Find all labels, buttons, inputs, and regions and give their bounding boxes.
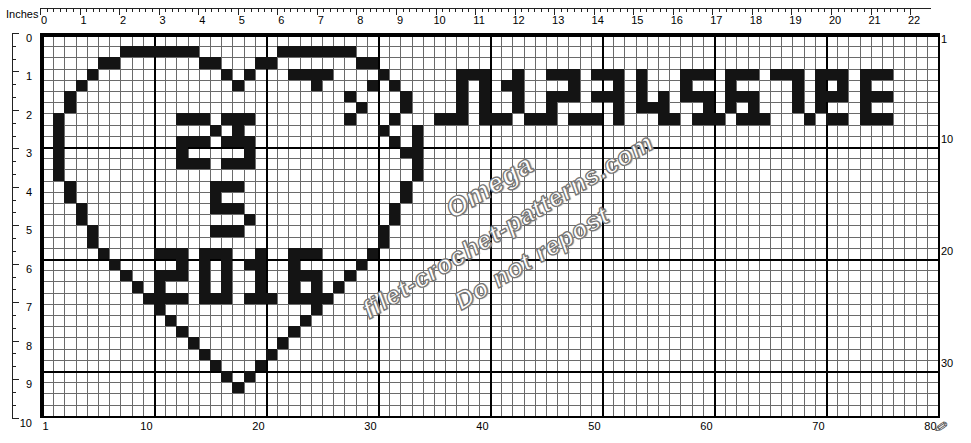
filled-cell	[792, 69, 803, 80]
filled-cell	[64, 102, 75, 113]
filled-cell	[815, 91, 826, 102]
filled-cell	[512, 102, 523, 113]
filled-cell	[725, 69, 736, 80]
bottom-count-label: 1	[43, 420, 49, 432]
filled-cell	[367, 80, 378, 91]
filled-cell	[636, 91, 647, 102]
filled-cell	[120, 270, 131, 281]
filled-cell	[568, 80, 579, 91]
filled-cell	[378, 125, 389, 136]
filled-cell	[871, 69, 882, 80]
filled-cell	[636, 69, 647, 80]
left-ruler-number: 4	[14, 186, 32, 198]
filled-cell	[479, 69, 490, 80]
filled-cell	[288, 259, 299, 270]
filled-cell	[188, 113, 199, 124]
filled-cell	[210, 203, 221, 214]
filled-cell	[154, 281, 165, 292]
filled-cell	[356, 57, 367, 68]
filled-cell	[221, 259, 232, 270]
filled-cell	[479, 91, 490, 102]
left-ruler-number: 10	[14, 417, 32, 429]
filled-cell	[53, 125, 64, 136]
filled-cell	[658, 113, 669, 124]
filled-cell	[311, 293, 322, 304]
filled-cell	[748, 69, 759, 80]
right-count-label: 10	[941, 133, 953, 145]
filled-cell	[356, 102, 367, 113]
filled-cell	[311, 281, 322, 292]
filled-cell	[143, 293, 154, 304]
filled-cell	[221, 136, 232, 147]
filled-cell	[322, 293, 333, 304]
filled-cell	[602, 91, 613, 102]
filled-cell	[748, 102, 759, 113]
filled-cell	[344, 113, 355, 124]
filled-cell	[512, 69, 523, 80]
filled-cell	[176, 259, 187, 270]
filled-cell	[703, 69, 714, 80]
filled-cell	[232, 158, 243, 169]
filled-cell	[199, 270, 210, 281]
filled-cell	[557, 91, 568, 102]
filled-cell	[221, 69, 232, 80]
filled-cell	[882, 91, 893, 102]
filled-cell	[53, 113, 64, 124]
filled-cell	[804, 113, 815, 124]
filled-cell	[703, 102, 714, 113]
filled-cell	[378, 69, 389, 80]
filled-cell	[266, 349, 277, 360]
filled-cell	[412, 169, 423, 180]
filled-cell	[76, 214, 87, 225]
filled-cell	[837, 69, 848, 80]
top-ruler-number: 0	[41, 14, 47, 26]
filled-cell	[636, 80, 647, 91]
filled-cell	[176, 248, 187, 259]
filled-cell	[468, 69, 479, 80]
filled-cell	[210, 57, 221, 68]
filled-cell	[400, 102, 411, 113]
filled-cell	[826, 69, 837, 80]
filled-cell	[244, 147, 255, 158]
filled-cell	[221, 181, 232, 192]
filled-cell	[188, 46, 199, 57]
filled-cell	[188, 136, 199, 147]
filled-cell	[770, 69, 781, 80]
filled-cell	[871, 91, 882, 102]
filled-cell	[512, 91, 523, 102]
filled-cell	[210, 192, 221, 203]
filled-cell	[871, 113, 882, 124]
top-ruler-number: 18	[750, 14, 762, 26]
filled-cell	[210, 293, 221, 304]
filled-cell	[199, 57, 210, 68]
filled-cell	[501, 80, 512, 91]
filled-cell	[367, 248, 378, 259]
filled-cell	[221, 225, 232, 236]
filled-cell	[356, 259, 367, 270]
top-ruler-number: 6	[278, 14, 284, 26]
right-count-label: 30	[941, 357, 953, 369]
filled-cell	[613, 91, 624, 102]
filled-cell	[87, 69, 98, 80]
pencil-icon: ✎	[929, 418, 952, 436]
filled-cell	[244, 158, 255, 169]
bottom-count-label: 30	[364, 420, 376, 432]
filled-cell	[602, 69, 613, 80]
left-ruler-number: 8	[14, 340, 32, 352]
filled-cell	[400, 147, 411, 158]
filled-cell	[165, 46, 176, 57]
filled-cell	[837, 80, 848, 91]
filled-cell	[781, 69, 792, 80]
filled-cell	[725, 91, 736, 102]
filled-cell	[300, 69, 311, 80]
top-ruler-number: 13	[552, 14, 564, 26]
filled-cell	[199, 136, 210, 147]
filled-cell	[636, 102, 647, 113]
filled-cell	[109, 259, 120, 270]
filled-cell	[64, 181, 75, 192]
filled-cell	[76, 80, 87, 91]
filled-cell	[221, 293, 232, 304]
filled-cell	[479, 80, 490, 91]
filled-cell	[479, 113, 490, 124]
filled-cell	[288, 46, 299, 57]
filled-cell	[255, 57, 266, 68]
bottom-count-label: 70	[812, 420, 824, 432]
filled-cell	[288, 281, 299, 292]
filled-cell	[389, 80, 400, 91]
filled-cell	[344, 91, 355, 102]
filled-cell	[199, 248, 210, 259]
filled-cell	[300, 270, 311, 281]
top-ruler-number: 20	[829, 14, 841, 26]
filled-cell	[98, 248, 109, 259]
filled-cell	[501, 113, 512, 124]
filled-cell	[199, 259, 210, 270]
filled-cell	[311, 46, 322, 57]
filled-cell	[860, 91, 871, 102]
filled-cell	[680, 80, 691, 91]
bottom-count-label: 40	[476, 420, 488, 432]
top-ruler-number: 4	[199, 14, 205, 26]
filled-cell	[300, 46, 311, 57]
filled-cell	[613, 113, 624, 124]
filled-cell	[244, 113, 255, 124]
filled-cell	[389, 203, 400, 214]
filled-cell	[244, 371, 255, 382]
filled-cell	[367, 57, 378, 68]
filled-cell	[882, 113, 893, 124]
filled-cell	[288, 270, 299, 281]
filled-cell	[591, 91, 602, 102]
filled-cell	[613, 69, 624, 80]
filled-cell	[255, 248, 266, 259]
filled-cell	[98, 57, 109, 68]
filled-cell	[311, 270, 322, 281]
filled-cell	[680, 69, 691, 80]
left-ruler-number: 0	[14, 32, 32, 44]
top-ruler-number: 7	[318, 14, 324, 26]
filled-cell	[692, 113, 703, 124]
filled-cell	[736, 69, 747, 80]
filled-cell	[311, 304, 322, 315]
filled-cell	[154, 46, 165, 57]
filled-cell	[53, 147, 64, 158]
filled-cell	[232, 80, 243, 91]
bottom-count-label: 50	[588, 420, 600, 432]
filled-cell	[546, 69, 557, 80]
filled-cell	[288, 69, 299, 80]
filled-cell	[826, 91, 837, 102]
filled-cell	[412, 158, 423, 169]
filled-cell	[647, 102, 658, 113]
filled-cell	[613, 80, 624, 91]
filled-cell	[759, 113, 770, 124]
left-ruler-number: 3	[14, 147, 32, 159]
filled-cell	[255, 259, 266, 270]
filled-cell	[412, 136, 423, 147]
filled-cell	[882, 69, 893, 80]
filled-cell	[176, 293, 187, 304]
filled-cell	[64, 91, 75, 102]
filled-cell	[680, 91, 691, 102]
filled-cell	[412, 125, 423, 136]
filled-cell	[210, 225, 221, 236]
filled-cell	[176, 326, 187, 337]
filled-cell	[232, 203, 243, 214]
filled-cell	[568, 91, 579, 102]
filled-cell	[580, 113, 591, 124]
top-ruler-number: 17	[710, 14, 722, 26]
left-ruler-number: 6	[14, 263, 32, 275]
filled-cell	[199, 349, 210, 360]
filled-cell	[176, 46, 187, 57]
filled-cell	[546, 113, 557, 124]
filled-cell	[400, 192, 411, 203]
filled-cell	[860, 113, 871, 124]
filled-cell	[176, 147, 187, 158]
filled-cell	[692, 91, 703, 102]
filled-cell	[792, 80, 803, 91]
filled-cell	[176, 270, 187, 281]
crochet-chart-page: Inches 012345678910111213141516171819202…	[0, 0, 971, 443]
filled-cell	[389, 136, 400, 147]
filled-cell	[658, 102, 669, 113]
filled-cell	[154, 304, 165, 315]
filled-cell	[266, 293, 277, 304]
filled-cell	[120, 46, 131, 57]
filled-cell	[725, 80, 736, 91]
filled-cell	[512, 80, 523, 91]
inches-unit-label: Inches	[6, 8, 38, 20]
filled-cell	[221, 270, 232, 281]
filled-cell	[591, 69, 602, 80]
filled-cell	[456, 80, 467, 91]
filled-cell	[132, 46, 143, 57]
filled-cell	[277, 46, 288, 57]
filled-cell	[860, 69, 871, 80]
filled-cell	[837, 91, 848, 102]
filled-cell	[288, 248, 299, 259]
top-ruler-number: 16	[671, 14, 683, 26]
filled-cell	[344, 46, 355, 57]
filled-cell	[826, 113, 837, 124]
filled-cell	[568, 113, 579, 124]
right-count-label: 20	[941, 245, 953, 257]
filled-cell	[557, 69, 568, 80]
filled-cell	[53, 158, 64, 169]
filled-cell	[389, 214, 400, 225]
filled-cell	[176, 158, 187, 169]
filled-cell	[76, 203, 87, 214]
top-ruler-number: 15	[631, 14, 643, 26]
filled-cell	[445, 113, 456, 124]
filled-cell	[143, 46, 154, 57]
filled-cell	[692, 69, 703, 80]
filled-cell	[703, 113, 714, 124]
filled-cell	[244, 259, 255, 270]
filled-cell	[456, 113, 467, 124]
filled-cell	[232, 136, 243, 147]
top-ruler-number: 14	[592, 14, 604, 26]
filled-cell	[232, 113, 243, 124]
filled-cell	[221, 158, 232, 169]
filled-cell	[154, 248, 165, 259]
filled-cell	[255, 270, 266, 281]
filled-cell	[378, 225, 389, 236]
top-ruler-number: 19	[789, 14, 801, 26]
filled-cell	[490, 113, 501, 124]
filled-cell	[378, 237, 389, 248]
filled-cell	[199, 281, 210, 292]
filled-cell	[210, 125, 221, 136]
filled-cell	[210, 360, 221, 371]
filled-cell	[255, 360, 266, 371]
filled-cell	[255, 293, 266, 304]
filled-cell	[165, 270, 176, 281]
filled-cell	[266, 57, 277, 68]
filled-cell	[669, 113, 680, 124]
filled-cell	[188, 337, 199, 348]
filled-cell	[714, 113, 725, 124]
filled-cell	[311, 248, 322, 259]
top-ruler-number: 21	[868, 14, 880, 26]
filled-cell	[434, 113, 445, 124]
bottom-count-label: 20	[252, 420, 264, 432]
filled-cell	[479, 102, 490, 113]
filled-cell	[456, 102, 467, 113]
filled-cell	[860, 102, 871, 113]
filled-cell	[389, 113, 400, 124]
filled-cell	[748, 91, 759, 102]
filled-cell	[232, 382, 243, 393]
filled-cell	[300, 293, 311, 304]
filled-cell	[568, 69, 579, 80]
left-ruler-number: 5	[14, 224, 32, 236]
top-ruler-number: 9	[397, 14, 403, 26]
top-ruler-number: 5	[239, 14, 245, 26]
filled-cell	[53, 169, 64, 180]
filled-cell	[815, 80, 826, 91]
bottom-count-label: 60	[700, 420, 712, 432]
filled-cell	[736, 91, 747, 102]
filled-cell	[703, 91, 714, 102]
filled-cell	[333, 46, 344, 57]
filled-cell	[344, 270, 355, 281]
top-ruler-number: 11	[473, 14, 484, 26]
filled-cell	[860, 80, 871, 91]
filled-cell	[221, 248, 232, 259]
filled-cell	[792, 91, 803, 102]
top-ruler-number: 3	[160, 14, 166, 26]
filled-cell	[221, 113, 232, 124]
top-ruler-number: 22	[908, 14, 920, 26]
filled-cell	[244, 214, 255, 225]
left-ruler-number: 9	[14, 378, 32, 390]
filled-cell	[210, 181, 221, 192]
filled-cell	[154, 270, 165, 281]
filled-cell	[546, 91, 557, 102]
filled-cell	[176, 113, 187, 124]
filled-cell	[400, 181, 411, 192]
filled-cell	[322, 69, 333, 80]
filled-cell	[199, 293, 210, 304]
filled-cell	[792, 102, 803, 113]
top-ruler-number: 10	[433, 14, 445, 26]
filled-cell	[132, 281, 143, 292]
filled-cell	[221, 203, 232, 214]
filled-cell	[176, 136, 187, 147]
filled-cell	[244, 69, 255, 80]
filled-cell	[400, 91, 411, 102]
left-ruler-number: 2	[14, 109, 32, 121]
filled-cell	[210, 248, 221, 259]
filled-cell	[546, 102, 557, 113]
filled-cell	[456, 91, 467, 102]
filled-cell	[535, 113, 546, 124]
filled-cell	[725, 102, 736, 113]
filled-cell	[232, 125, 243, 136]
bottom-count-label: 10	[140, 420, 152, 432]
filled-cell	[232, 181, 243, 192]
filled-cell	[837, 113, 848, 124]
filled-cell	[199, 113, 210, 124]
filled-cell	[311, 69, 322, 80]
filled-cell	[524, 113, 535, 124]
filled-cell	[87, 237, 98, 248]
filled-cell	[412, 147, 423, 158]
filled-cell	[300, 248, 311, 259]
filled-cell	[165, 315, 176, 326]
filled-cell	[53, 136, 64, 147]
filled-cell	[300, 315, 311, 326]
filled-cell	[748, 113, 759, 124]
filled-cell	[613, 102, 624, 113]
filled-cell	[87, 225, 98, 236]
filled-cell	[244, 136, 255, 147]
filled-cell	[658, 91, 669, 102]
filled-cell	[199, 158, 210, 169]
filled-cell	[333, 281, 344, 292]
filled-cell	[736, 113, 747, 124]
left-ruler-number: 7	[14, 301, 32, 313]
filled-cell	[591, 113, 602, 124]
filled-cell	[311, 80, 322, 91]
filled-cell	[277, 337, 288, 348]
